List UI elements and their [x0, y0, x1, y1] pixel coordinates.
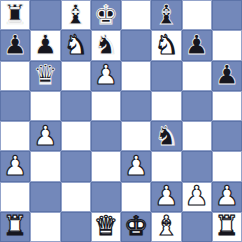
piece-white-king[interactable]: ♚	[124, 212, 148, 239]
square-a1[interactable]: ♜	[0, 212, 30, 242]
square-e5[interactable]	[121, 91, 151, 121]
square-e3[interactable]: ♟	[121, 151, 151, 181]
square-a4[interactable]	[0, 121, 30, 151]
square-d2[interactable]	[91, 182, 121, 212]
piece-white-rook[interactable]: ♜	[3, 212, 27, 239]
square-f5[interactable]	[151, 91, 181, 121]
square-e4[interactable]	[121, 121, 151, 151]
piece-white-pawn[interactable]: ♟	[185, 182, 209, 209]
piece-white-pawn[interactable]: ♟	[94, 61, 118, 88]
square-c6[interactable]	[61, 61, 91, 91]
square-g7[interactable]: ♟	[182, 30, 212, 60]
square-d5[interactable]	[91, 91, 121, 121]
piece-white-pawn[interactable]: ♟	[33, 122, 57, 149]
square-c5[interactable]	[61, 91, 91, 121]
square-d8[interactable]: ♚	[91, 0, 121, 30]
piece-black-pawn[interactable]: ♟	[3, 31, 27, 58]
square-h1[interactable]: ♜	[212, 212, 242, 242]
piece-black-knight[interactable]: ♞	[154, 122, 178, 149]
piece-black-pawn[interactable]: ♟	[215, 61, 239, 88]
square-f8[interactable]: ♝	[151, 0, 181, 30]
piece-white-pawn[interactable]: ♟	[3, 152, 27, 179]
square-h8[interactable]	[212, 0, 242, 30]
square-h5[interactable]	[212, 91, 242, 121]
piece-white-knight[interactable]: ♞	[154, 31, 178, 58]
square-f3[interactable]	[151, 151, 181, 181]
square-e8[interactable]	[121, 0, 151, 30]
square-h7[interactable]	[212, 30, 242, 60]
piece-black-pawn[interactable]: ♟	[185, 31, 209, 58]
square-g6[interactable]	[182, 61, 212, 91]
square-b2[interactable]	[30, 182, 60, 212]
square-a7[interactable]: ♟	[0, 30, 30, 60]
square-b1[interactable]	[30, 212, 60, 242]
square-f6[interactable]	[151, 61, 181, 91]
piece-black-bishop[interactable]: ♝	[154, 1, 178, 28]
square-g4[interactable]	[182, 121, 212, 151]
square-d6[interactable]: ♟	[91, 61, 121, 91]
square-g5[interactable]	[182, 91, 212, 121]
piece-black-pawn[interactable]: ♟	[33, 31, 57, 58]
piece-white-pawn[interactable]: ♟	[124, 152, 148, 179]
square-b6[interactable]: ♛	[30, 61, 60, 91]
square-c7[interactable]: ♞	[61, 30, 91, 60]
piece-black-knight[interactable]: ♞	[94, 31, 118, 58]
chess-board: ♜♝♚♝♟♟♞♞♞♟♛♟♟♟♞♟♟♟♟♟♜♛♚♝♜	[0, 0, 242, 242]
piece-black-king[interactable]: ♚	[94, 1, 118, 28]
square-b5[interactable]	[30, 91, 60, 121]
square-b8[interactable]	[30, 0, 60, 30]
piece-black-bishop[interactable]: ♝	[64, 1, 88, 28]
square-d7[interactable]: ♞	[91, 30, 121, 60]
square-h4[interactable]	[212, 121, 242, 151]
square-b3[interactable]	[30, 151, 60, 181]
square-f1[interactable]: ♝	[151, 212, 181, 242]
square-h6[interactable]: ♟	[212, 61, 242, 91]
square-f7[interactable]: ♞	[151, 30, 181, 60]
square-g3[interactable]	[182, 151, 212, 181]
square-b7[interactable]: ♟	[30, 30, 60, 60]
square-d3[interactable]	[91, 151, 121, 181]
square-d4[interactable]	[91, 121, 121, 151]
square-d1[interactable]: ♛	[91, 212, 121, 242]
square-c4[interactable]	[61, 121, 91, 151]
piece-black-rook[interactable]: ♜	[3, 1, 27, 28]
square-c1[interactable]	[61, 212, 91, 242]
square-h3[interactable]	[212, 151, 242, 181]
square-g1[interactable]	[182, 212, 212, 242]
square-f2[interactable]: ♟	[151, 182, 181, 212]
square-c8[interactable]: ♝	[61, 0, 91, 30]
square-a3[interactable]: ♟	[0, 151, 30, 181]
square-e1[interactable]: ♚	[121, 212, 151, 242]
piece-white-bishop[interactable]: ♝	[154, 212, 178, 239]
piece-black-queen[interactable]: ♛	[33, 61, 57, 88]
piece-white-queen[interactable]: ♛	[94, 212, 118, 239]
square-c3[interactable]	[61, 151, 91, 181]
square-e2[interactable]	[121, 182, 151, 212]
piece-white-pawn[interactable]: ♟	[154, 182, 178, 209]
chess-board-container: ♜♝♚♝♟♟♞♞♞♟♛♟♟♟♞♟♟♟♟♟♜♛♚♝♜	[0, 0, 242, 242]
square-f4[interactable]: ♞	[151, 121, 181, 151]
piece-white-pawn[interactable]: ♟	[215, 182, 239, 209]
piece-white-rook[interactable]: ♜	[215, 212, 239, 239]
square-b4[interactable]: ♟	[30, 121, 60, 151]
square-a6[interactable]	[0, 61, 30, 91]
square-e7[interactable]	[121, 30, 151, 60]
square-a5[interactable]	[0, 91, 30, 121]
square-g8[interactable]	[182, 0, 212, 30]
square-c2[interactable]	[61, 182, 91, 212]
square-h2[interactable]: ♟	[212, 182, 242, 212]
square-g2[interactable]: ♟	[182, 182, 212, 212]
square-a2[interactable]	[0, 182, 30, 212]
square-a8[interactable]: ♜	[0, 0, 30, 30]
square-e6[interactable]	[121, 61, 151, 91]
piece-white-knight[interactable]: ♞	[64, 31, 88, 58]
